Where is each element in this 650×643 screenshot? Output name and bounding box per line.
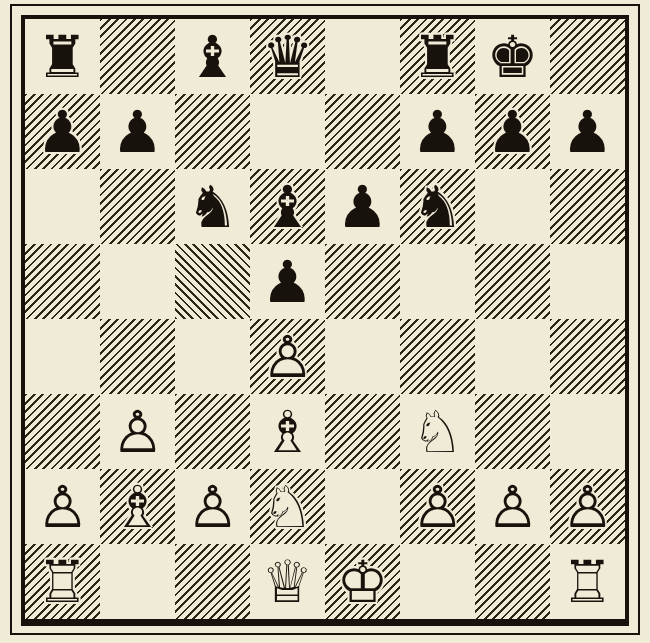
square-c8[interactable]: ♝♝	[175, 19, 250, 94]
square-a8[interactable]: ♜♜	[25, 19, 100, 94]
square-g5[interactable]	[475, 244, 550, 319]
square-d4[interactable]: ♟♙	[250, 319, 325, 394]
black-pawn-piece: ♟	[400, 94, 475, 169]
piece-paper-underlay: ♝	[100, 469, 175, 544]
chess-board: ♜♜♝♝♛♛♜♜♚♚♟♟♟♟♟♟♟♟♟♟♞♞♝♝♟♟♞♞♟♟♟♙♟♙♝♗♞♘♟♙…	[21, 15, 629, 626]
square-c5[interactable]	[175, 244, 250, 319]
piece-paper-underlay: ♟	[400, 469, 475, 544]
piece-paper-underlay: ♟	[175, 469, 250, 544]
white-bishop-piece: ♗	[100, 469, 175, 544]
white-pawn-piece: ♙	[400, 469, 475, 544]
book-page: ♜♜♝♝♛♛♜♜♚♚♟♟♟♟♟♟♟♟♟♟♞♞♝♝♟♟♞♞♟♟♟♙♟♙♝♗♞♘♟♙…	[0, 0, 650, 643]
square-g1[interactable]	[475, 544, 550, 619]
square-e2[interactable]	[325, 469, 400, 544]
piece-paper-underlay: ♟	[25, 469, 100, 544]
black-pawn-piece: ♟	[325, 169, 400, 244]
square-g3[interactable]	[475, 394, 550, 469]
square-b4[interactable]	[100, 319, 175, 394]
white-queen-piece: ♕	[250, 544, 325, 619]
piece-paper-underlay: ♟	[250, 244, 325, 319]
square-d8[interactable]: ♛♛	[250, 19, 325, 94]
board-outer-frame: ♜♜♝♝♛♛♜♜♚♚♟♟♟♟♟♟♟♟♟♟♞♞♝♝♟♟♞♞♟♟♟♙♟♙♝♗♞♘♟♙…	[10, 4, 640, 635]
piece-paper-underlay: ♟	[325, 169, 400, 244]
square-f4[interactable]	[400, 319, 475, 394]
square-a1[interactable]: ♜♖	[25, 544, 100, 619]
white-pawn-piece: ♙	[175, 469, 250, 544]
square-e8[interactable]	[325, 19, 400, 94]
square-b5[interactable]	[100, 244, 175, 319]
piece-paper-underlay: ♟	[100, 394, 175, 469]
square-f1[interactable]	[400, 544, 475, 619]
square-c2[interactable]: ♟♙	[175, 469, 250, 544]
square-d5[interactable]: ♟♟	[250, 244, 325, 319]
square-c1[interactable]	[175, 544, 250, 619]
piece-paper-underlay: ♝	[250, 394, 325, 469]
piece-paper-underlay: ♜	[550, 544, 625, 619]
square-c7[interactable]	[175, 94, 250, 169]
piece-paper-underlay: ♛	[250, 544, 325, 619]
black-queen-piece: ♛	[250, 19, 325, 94]
black-pawn-piece: ♟	[100, 94, 175, 169]
square-e4[interactable]	[325, 319, 400, 394]
piece-paper-underlay: ♟	[100, 94, 175, 169]
black-rook-piece: ♜	[25, 19, 100, 94]
piece-paper-underlay: ♟	[400, 94, 475, 169]
square-d6[interactable]: ♝♝	[250, 169, 325, 244]
piece-paper-underlay: ♟	[475, 94, 550, 169]
piece-paper-underlay: ♜	[25, 19, 100, 94]
white-knight-piece: ♘	[250, 469, 325, 544]
white-pawn-piece: ♙	[475, 469, 550, 544]
piece-paper-underlay: ♞	[175, 169, 250, 244]
square-d1[interactable]: ♛♕	[250, 544, 325, 619]
square-g6[interactable]	[475, 169, 550, 244]
square-f8[interactable]: ♜♜	[400, 19, 475, 94]
square-e1[interactable]: ♚♔	[325, 544, 400, 619]
piece-paper-underlay: ♟	[250, 319, 325, 394]
black-pawn-piece: ♟	[550, 94, 625, 169]
black-pawn-piece: ♟	[250, 244, 325, 319]
white-rook-piece: ♖	[550, 544, 625, 619]
square-h6[interactable]	[550, 169, 625, 244]
square-a4[interactable]	[25, 319, 100, 394]
square-h5[interactable]	[550, 244, 625, 319]
square-b7[interactable]: ♟♟	[100, 94, 175, 169]
piece-paper-underlay: ♟	[550, 469, 625, 544]
square-g4[interactable]	[475, 319, 550, 394]
square-b1[interactable]	[100, 544, 175, 619]
white-knight-piece: ♘	[400, 394, 475, 469]
square-f7[interactable]: ♟♟	[400, 94, 475, 169]
square-f6[interactable]: ♞♞	[400, 169, 475, 244]
piece-paper-underlay: ♞	[250, 469, 325, 544]
piece-paper-underlay: ♞	[400, 169, 475, 244]
piece-paper-underlay: ♜	[25, 544, 100, 619]
piece-paper-underlay: ♝	[175, 19, 250, 94]
black-bishop-piece: ♝	[175, 19, 250, 94]
piece-paper-underlay: ♚	[325, 544, 400, 619]
black-rook-piece: ♜	[400, 19, 475, 94]
piece-paper-underlay: ♝	[250, 169, 325, 244]
square-d2[interactable]: ♞♘	[250, 469, 325, 544]
white-king-piece: ♔	[325, 544, 400, 619]
white-pawn-piece: ♙	[250, 319, 325, 394]
square-f2[interactable]: ♟♙	[400, 469, 475, 544]
square-e3[interactable]	[325, 394, 400, 469]
white-bishop-piece: ♗	[250, 394, 325, 469]
square-a7[interactable]: ♟♟	[25, 94, 100, 169]
square-a2[interactable]: ♟♙	[25, 469, 100, 544]
square-h3[interactable]	[550, 394, 625, 469]
white-pawn-piece: ♙	[550, 469, 625, 544]
square-f5[interactable]	[400, 244, 475, 319]
square-h4[interactable]	[550, 319, 625, 394]
piece-paper-underlay: ♚	[475, 19, 550, 94]
white-rook-piece: ♖	[25, 544, 100, 619]
square-b6[interactable]	[100, 169, 175, 244]
square-h1[interactable]: ♜♖	[550, 544, 625, 619]
square-a3[interactable]	[25, 394, 100, 469]
square-c4[interactable]	[175, 319, 250, 394]
piece-paper-underlay: ♟	[550, 94, 625, 169]
square-h7[interactable]: ♟♟	[550, 94, 625, 169]
square-c3[interactable]	[175, 394, 250, 469]
black-bishop-piece: ♝	[250, 169, 325, 244]
black-king-piece: ♚	[475, 19, 550, 94]
piece-paper-underlay: ♞	[400, 394, 475, 469]
black-pawn-piece: ♟	[25, 94, 100, 169]
square-d3[interactable]: ♝♗	[250, 394, 325, 469]
black-pawn-piece: ♟	[475, 94, 550, 169]
black-knight-piece: ♞	[175, 169, 250, 244]
square-e7[interactable]	[325, 94, 400, 169]
square-b3[interactable]: ♟♙	[100, 394, 175, 469]
square-e6[interactable]: ♟♟	[325, 169, 400, 244]
white-pawn-piece: ♙	[25, 469, 100, 544]
square-a5[interactable]	[25, 244, 100, 319]
square-g8[interactable]: ♚♚	[475, 19, 550, 94]
square-c6[interactable]: ♞♞	[175, 169, 250, 244]
square-g7[interactable]: ♟♟	[475, 94, 550, 169]
square-b8[interactable]	[100, 19, 175, 94]
piece-paper-underlay: ♛	[250, 19, 325, 94]
square-h8[interactable]	[550, 19, 625, 94]
piece-paper-underlay: ♜	[400, 19, 475, 94]
piece-paper-underlay: ♟	[475, 469, 550, 544]
square-e5[interactable]	[325, 244, 400, 319]
white-pawn-piece: ♙	[100, 394, 175, 469]
square-a6[interactable]	[25, 169, 100, 244]
piece-paper-underlay: ♟	[25, 94, 100, 169]
square-f3[interactable]: ♞♘	[400, 394, 475, 469]
square-h2[interactable]: ♟♙	[550, 469, 625, 544]
black-knight-piece: ♞	[400, 169, 475, 244]
square-b2[interactable]: ♝♗	[100, 469, 175, 544]
square-d7[interactable]	[250, 94, 325, 169]
square-g2[interactable]: ♟♙	[475, 469, 550, 544]
